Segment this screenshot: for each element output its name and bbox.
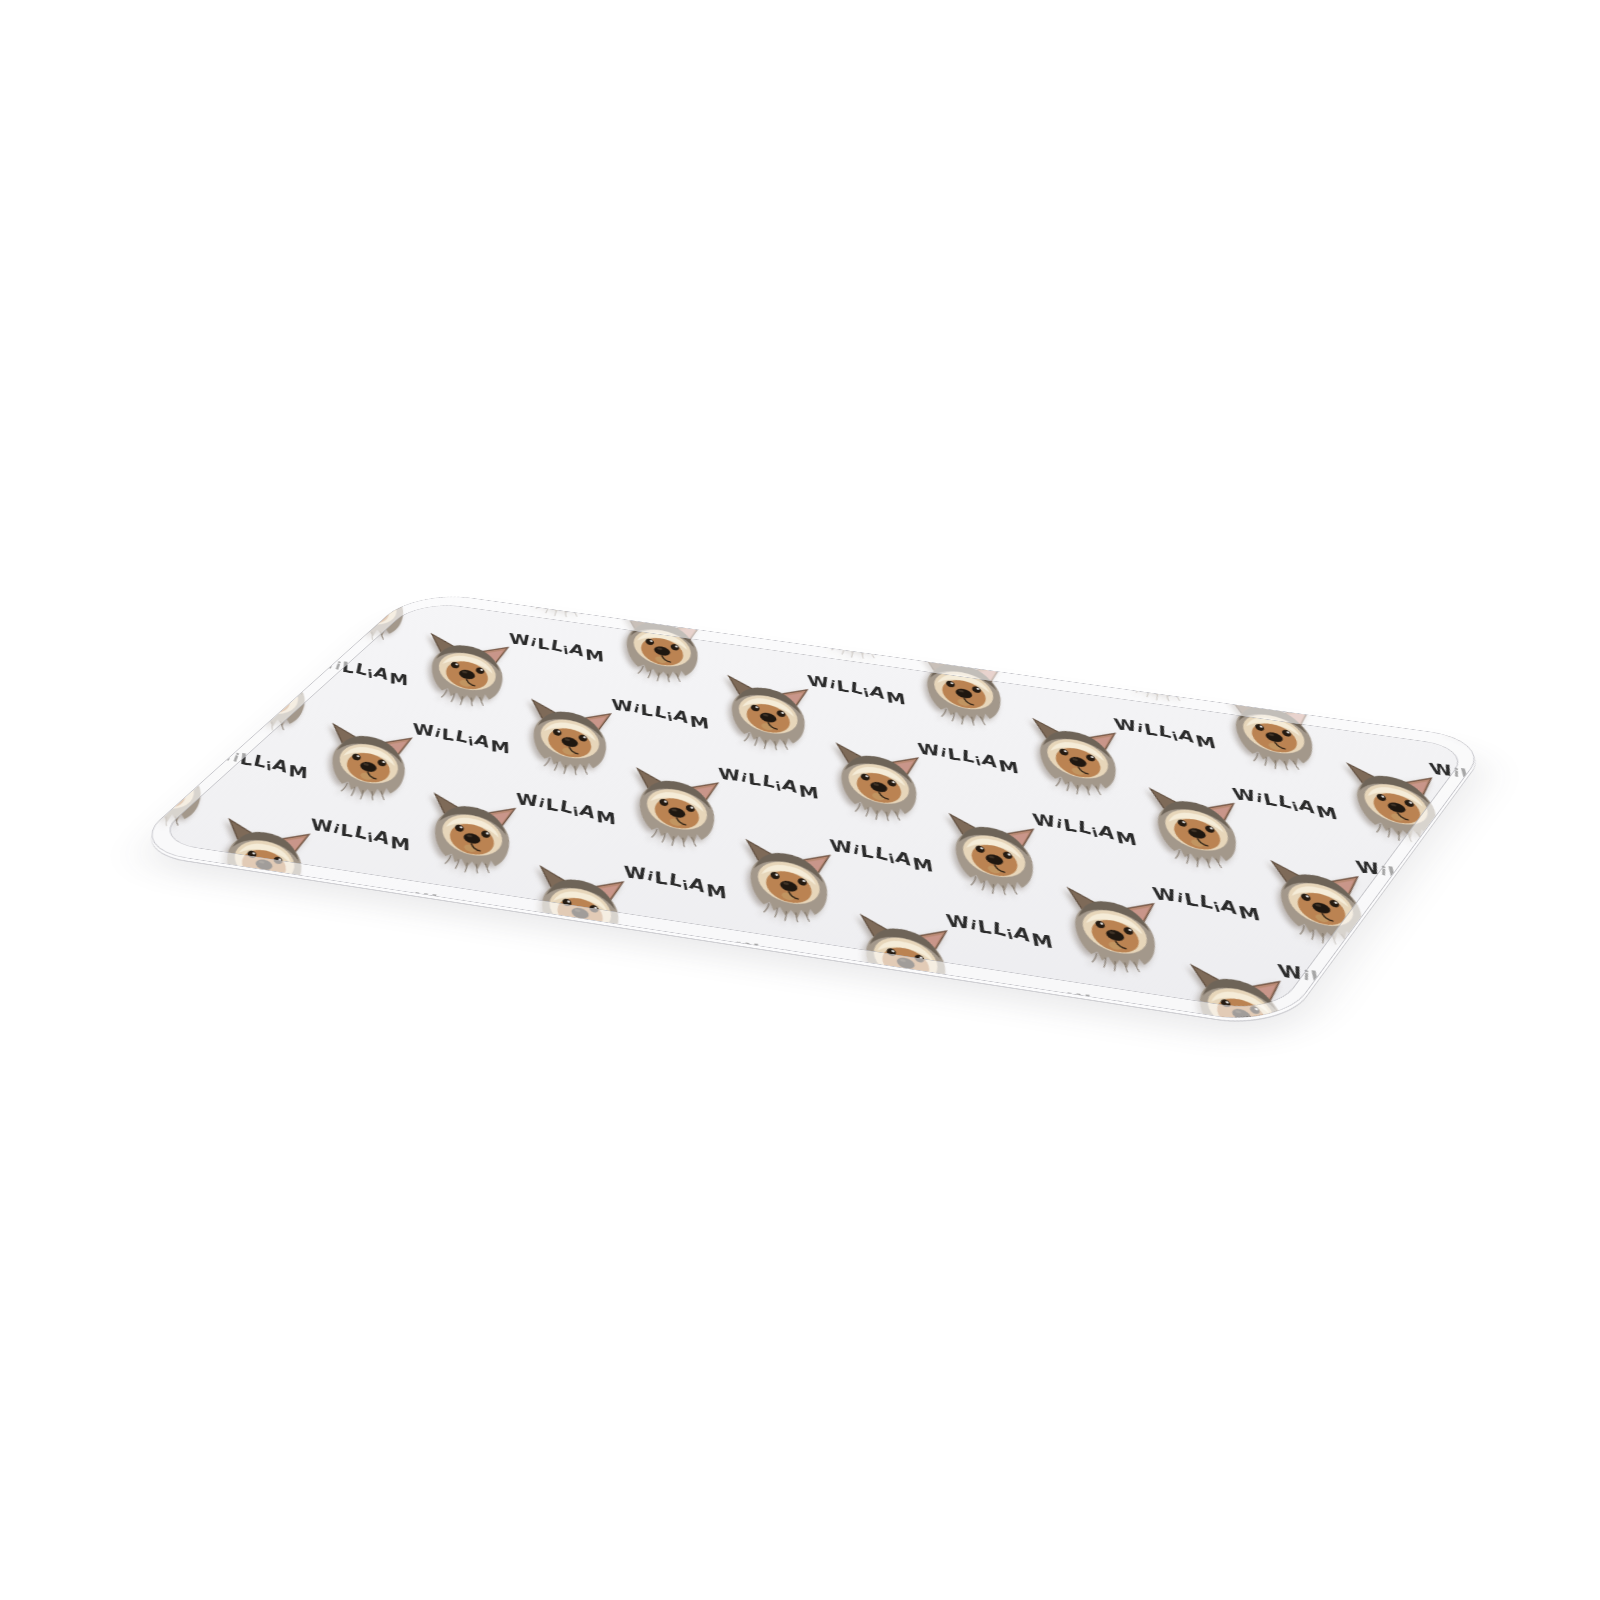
pet-name-letter: M bbox=[911, 854, 936, 876]
pet-name-letter: L bbox=[1115, 996, 1131, 1020]
nose-highlight bbox=[159, 788, 165, 792]
pet-name-letter: i bbox=[755, 621, 764, 634]
pet-name-letter: i bbox=[879, 1024, 888, 1026]
pet-name-letter: L bbox=[442, 725, 456, 745]
nose bbox=[1036, 599, 1053, 610]
pet-name-letter: L bbox=[1325, 968, 1342, 991]
right-eye-glint bbox=[283, 692, 286, 695]
pet-name-letter: L bbox=[886, 1023, 903, 1026]
pet-name-letter: L bbox=[537, 635, 550, 654]
left-eye-glint bbox=[1452, 701, 1455, 704]
left-eye-glint bbox=[357, 599, 360, 601]
fur-fringe bbox=[715, 590, 785, 596]
chin-patch bbox=[899, 968, 913, 978]
chin-patch bbox=[1038, 609, 1051, 617]
pet-name-letter: M bbox=[1364, 980, 1393, 1004]
head-top-fur bbox=[239, 663, 305, 695]
pet-name-letter: M bbox=[797, 781, 820, 802]
brow-shine bbox=[245, 675, 296, 697]
pet-name-letter: A bbox=[1137, 1000, 1156, 1025]
pet-name-letter: A bbox=[1348, 972, 1367, 997]
chin-patch bbox=[1151, 674, 1164, 683]
pet-name-letter: W bbox=[1306, 691, 1335, 711]
left-eye bbox=[253, 685, 262, 693]
beard-wisps bbox=[832, 641, 875, 662]
yorkshire-terrier-face-icon bbox=[610, 604, 712, 698]
left-eye bbox=[1138, 656, 1148, 664]
mouth bbox=[560, 592, 568, 598]
nose bbox=[360, 604, 376, 616]
pet-name-letter: i bbox=[463, 590, 470, 593]
pet-name-letter: M bbox=[496, 907, 518, 930]
left-ear bbox=[333, 590, 363, 595]
yorkshire-terrier-face-icon bbox=[127, 741, 222, 844]
chin-patch bbox=[155, 797, 168, 806]
right-ear-inner bbox=[288, 670, 307, 686]
nose bbox=[1148, 664, 1166, 676]
fur-fringe bbox=[524, 590, 596, 619]
right-eye bbox=[377, 602, 386, 610]
left-ear bbox=[233, 657, 264, 683]
chin-patch bbox=[261, 703, 274, 712]
pet-name-letter: L bbox=[742, 613, 756, 632]
pet-name-letter: W bbox=[1066, 989, 1096, 1012]
right-ear bbox=[863, 596, 893, 622]
pet-name-letter: A bbox=[578, 800, 598, 822]
pet-name-letter: M bbox=[1314, 802, 1341, 823]
nose bbox=[846, 622, 862, 634]
pet-name-letter: L bbox=[782, 945, 798, 968]
pet-name-letter: i bbox=[1415, 873, 1427, 888]
pet-name-letter: L bbox=[445, 894, 459, 916]
chin-patch bbox=[361, 614, 373, 622]
pet-name-letter: L bbox=[1029, 653, 1045, 672]
pet-name-letter: A bbox=[1424, 868, 1443, 891]
left-eye bbox=[353, 597, 362, 605]
pet-name-letter: L bbox=[131, 846, 147, 867]
muzzle bbox=[539, 590, 581, 604]
left-ear bbox=[1113, 629, 1145, 654]
right-eye-glint bbox=[1479, 707, 1482, 710]
pet-name-letter: i bbox=[1093, 996, 1101, 1013]
mouth bbox=[263, 870, 272, 877]
yorkshire-terrier-face-icon bbox=[803, 590, 907, 675]
left-eye-glint bbox=[842, 617, 845, 619]
pet-name-letter: L bbox=[232, 921, 247, 943]
pet-name-letter: L bbox=[901, 1025, 917, 1027]
pet-name-letter: M bbox=[607, 985, 630, 1009]
left-ear bbox=[1419, 671, 1454, 697]
clear-case: WiLLiAM bbox=[127, 590, 1492, 1026]
pet-name-letter: L bbox=[1401, 864, 1418, 886]
pet-name-letter: L bbox=[1062, 815, 1079, 836]
pet-name-letter: M bbox=[389, 669, 409, 689]
beard-wisps bbox=[536, 600, 578, 620]
head-top-fur bbox=[1010, 590, 1076, 602]
right-eye bbox=[1164, 662, 1174, 670]
right-ear-inner bbox=[1170, 642, 1190, 658]
left-ear bbox=[1301, 606, 1334, 631]
nose-highlight bbox=[364, 606, 369, 609]
pet-name-letter: M bbox=[1114, 828, 1140, 850]
right-eye bbox=[1052, 597, 1061, 605]
head-top-fur bbox=[1120, 635, 1188, 666]
pet-name-letter: A bbox=[589, 977, 610, 1002]
right-ear bbox=[281, 665, 312, 692]
pet-name-letter: A bbox=[468, 590, 487, 596]
pet-name-letter: L bbox=[1099, 994, 1117, 1017]
chin-patch bbox=[1235, 1020, 1250, 1026]
pet-name-letter: M bbox=[1236, 902, 1263, 925]
pet-name-letter: L bbox=[946, 745, 962, 765]
yorkshire-terrier-face-icon bbox=[1100, 622, 1215, 718]
nose bbox=[1458, 707, 1477, 719]
left-eye bbox=[1447, 699, 1457, 707]
pet-name-letter: L bbox=[1474, 766, 1491, 787]
right-ear-inner bbox=[1359, 619, 1380, 635]
pet-name-letter: i bbox=[1487, 774, 1492, 788]
pet-name-letter: i bbox=[127, 847, 135, 863]
pet-name-text: WiLLiAM bbox=[170, 908, 340, 963]
yorkshire-terrier-face-icon bbox=[315, 590, 421, 656]
mouth bbox=[1045, 610, 1054, 616]
head-top-fur bbox=[339, 590, 403, 607]
pet-name-letter: M bbox=[885, 688, 908, 708]
right-eye-glint bbox=[1056, 599, 1059, 601]
muzzle bbox=[1442, 696, 1492, 732]
right-ear-inner bbox=[1058, 590, 1077, 594]
pet-name-letter: M bbox=[288, 761, 309, 782]
pet-name-letter: i bbox=[1023, 654, 1031, 668]
yorkshire-terrier-face-icon bbox=[700, 590, 800, 610]
pet-name-letter: M bbox=[484, 590, 504, 601]
yorkshire-terrier-face-icon bbox=[509, 590, 611, 633]
right-eye bbox=[1475, 705, 1486, 713]
nose bbox=[261, 692, 278, 704]
mouth bbox=[1158, 675, 1167, 681]
nose bbox=[155, 786, 173, 799]
pet-name-letter: M bbox=[584, 646, 605, 665]
brow-shine bbox=[140, 768, 193, 791]
pet-name-letter: i bbox=[260, 932, 267, 948]
pet-name-letter: M bbox=[1387, 707, 1413, 727]
brow-shine bbox=[1437, 690, 1492, 712]
yorkshire-terrier-face-icon bbox=[1288, 599, 1408, 693]
pet-name-letter: A bbox=[1372, 701, 1389, 722]
nose-highlight bbox=[1462, 709, 1468, 712]
face-ring bbox=[1125, 643, 1189, 690]
right-ear bbox=[1351, 614, 1385, 640]
right-ear bbox=[1470, 679, 1492, 707]
head-top-fur bbox=[134, 755, 202, 788]
face-ring bbox=[1314, 620, 1380, 666]
pet-name-letter: L bbox=[1386, 862, 1406, 883]
pet-name-letter: W bbox=[524, 966, 550, 989]
pet-name-letter: A bbox=[163, 852, 185, 875]
pet-name-letter: A bbox=[478, 900, 499, 924]
pet-name-letter: M bbox=[1439, 875, 1467, 897]
right-ear-inner bbox=[870, 601, 888, 616]
pet-name-letter: L bbox=[1143, 720, 1160, 740]
yorkshire-terrier-face-icon bbox=[910, 645, 1020, 742]
left-eye-glint bbox=[1031, 594, 1034, 596]
head-top-fur bbox=[822, 594, 887, 624]
face-ring bbox=[1014, 590, 1075, 624]
right-eye bbox=[1354, 639, 1364, 647]
pet-name-letter: L bbox=[1336, 696, 1354, 715]
brow-shine bbox=[1318, 624, 1373, 645]
pet-name-letter: L bbox=[1351, 697, 1367, 717]
pet-name-letter: W bbox=[736, 938, 763, 961]
pet-name-letter: L bbox=[747, 769, 762, 789]
right-eye-glint bbox=[867, 622, 870, 624]
pet-name-letter: M bbox=[705, 880, 728, 902]
pet-name-letter: L bbox=[450, 590, 465, 591]
pet-name-letter: M bbox=[1154, 1008, 1181, 1026]
left-eye bbox=[148, 778, 158, 787]
pet-name-letter: W bbox=[415, 889, 439, 911]
brow-shine bbox=[345, 590, 395, 609]
pet-name-letter: M bbox=[490, 737, 511, 757]
pet-name-letter: A bbox=[761, 617, 779, 637]
chin-patch bbox=[848, 632, 860, 640]
beard-wisps bbox=[1326, 660, 1373, 681]
pet-name-letter: L bbox=[836, 677, 851, 696]
right-ear bbox=[1163, 637, 1196, 664]
nose-highlight bbox=[1039, 601, 1044, 604]
nose bbox=[1338, 640, 1356, 652]
muzzle bbox=[1022, 590, 1067, 622]
beard-wisps bbox=[727, 590, 769, 598]
pet-name-letter: W bbox=[999, 648, 1025, 667]
pet-name-letter: i bbox=[583, 982, 592, 998]
pet-name-text: WiLLiAM bbox=[820, 1009, 1001, 1027]
pet-name-letter: A bbox=[802, 949, 822, 973]
chin-patch bbox=[1462, 717, 1476, 726]
beard-wisps bbox=[1022, 618, 1066, 638]
left-ear bbox=[128, 748, 160, 775]
chin-patch bbox=[255, 870, 268, 880]
pet-name-letter: L bbox=[859, 841, 875, 862]
pet-name-letter: L bbox=[976, 916, 993, 938]
pet-name-letter: i bbox=[1331, 697, 1338, 711]
nose-highlight bbox=[1151, 666, 1157, 669]
pet-name-letter: L bbox=[767, 944, 783, 966]
left-eye-glint bbox=[1333, 635, 1336, 637]
pet-name-letter: M bbox=[181, 859, 203, 881]
pet-name-letter: M bbox=[997, 756, 1021, 777]
pet-name-letter: M bbox=[1030, 929, 1056, 952]
pet-name-letter: M bbox=[284, 934, 306, 957]
brow-shine bbox=[829, 606, 880, 627]
beard-wisps bbox=[881, 980, 929, 1005]
right-ear bbox=[177, 757, 209, 786]
pet-name-letter: A bbox=[568, 640, 587, 660]
face-ring bbox=[532, 590, 589, 606]
pet-name-letter: L bbox=[992, 918, 1007, 941]
beard-wisps bbox=[235, 880, 281, 904]
pet-name-letter: M bbox=[777, 623, 799, 642]
pet-name-letter: L bbox=[654, 867, 669, 888]
fur-fringe bbox=[1006, 590, 1083, 638]
pet-name-letter: L bbox=[458, 896, 475, 918]
pet-name-letter: W bbox=[204, 916, 227, 938]
right-ear-inner bbox=[1478, 685, 1492, 701]
muzzle bbox=[833, 612, 876, 646]
right-eye bbox=[278, 690, 287, 698]
pet-name-letter: L bbox=[546, 795, 560, 815]
mouth bbox=[906, 969, 916, 976]
pet-name-letter: M bbox=[595, 807, 617, 828]
muzzle bbox=[1134, 653, 1181, 688]
beard-wisps bbox=[1447, 727, 1492, 749]
chin-patch bbox=[1341, 651, 1355, 660]
pet-name-letter: i bbox=[1055, 662, 1065, 675]
muzzle bbox=[1323, 630, 1372, 664]
right-eye-glint bbox=[1359, 640, 1362, 643]
right-ear-inner bbox=[387, 590, 405, 599]
fur-fringe bbox=[818, 596, 891, 661]
nose bbox=[552, 590, 568, 593]
mouth bbox=[1469, 718, 1479, 724]
pet-name-letter: W bbox=[701, 607, 725, 626]
pet-name-letter: i bbox=[159, 856, 166, 871]
mouth bbox=[580, 919, 589, 926]
left-eye-glint bbox=[1143, 658, 1146, 661]
chin-patch bbox=[572, 918, 585, 928]
pet-name-letter: W bbox=[853, 1017, 881, 1026]
product-photo: WiLLiAM bbox=[0, 0, 1600, 1600]
mouth bbox=[162, 798, 171, 805]
mouth bbox=[1348, 651, 1358, 657]
left-eye bbox=[1026, 592, 1035, 600]
brow-shine bbox=[1017, 590, 1069, 604]
pet-name-letter: i bbox=[760, 945, 769, 961]
pet-name-letter: L bbox=[144, 848, 162, 870]
right-eye-glint bbox=[1169, 664, 1172, 667]
right-eye-glint bbox=[178, 786, 181, 789]
pet-name-letter: M bbox=[390, 833, 411, 855]
nose-highlight bbox=[849, 624, 854, 627]
brow-shine bbox=[1129, 647, 1183, 669]
pet-name-letter: M bbox=[689, 712, 711, 732]
pet-name-letter: L bbox=[245, 923, 263, 946]
mouth bbox=[855, 633, 864, 639]
nose-highlight bbox=[264, 694, 269, 697]
left-ear bbox=[815, 590, 844, 613]
pet-name-letter: M bbox=[1078, 664, 1102, 684]
pet-name-letter: L bbox=[1458, 764, 1477, 784]
left-eye bbox=[837, 615, 846, 623]
left-eye bbox=[1328, 633, 1338, 641]
pet-name-letter: L bbox=[568, 973, 585, 997]
right-eye bbox=[173, 784, 183, 793]
pet-name-letter: A bbox=[265, 927, 287, 951]
pet-name-letter: i bbox=[1128, 1005, 1140, 1022]
left-eye-glint bbox=[153, 780, 156, 783]
pet-name-letter: i bbox=[1364, 705, 1376, 719]
yorkshire-terrier-face-icon bbox=[213, 650, 324, 747]
pet-name-letter: M bbox=[1193, 732, 1218, 752]
pet-name-letter: i bbox=[1339, 977, 1351, 993]
mouth bbox=[367, 615, 376, 621]
pet-name-letter: A bbox=[1063, 658, 1080, 678]
mouth bbox=[268, 704, 277, 710]
yorkshire-terrier-face-icon bbox=[991, 590, 1100, 651]
right-ear-inner bbox=[184, 763, 204, 780]
pet-name-letter: i bbox=[795, 954, 805, 970]
pattern-layer: WiLLiAM bbox=[128, 591, 1490, 1026]
pet-name-letter: M bbox=[820, 957, 845, 980]
yorkshire-terrier-face-icon bbox=[1406, 664, 1492, 762]
pet-name-letter: i bbox=[472, 905, 480, 921]
pet-name-letter: L bbox=[730, 612, 744, 630]
face-ring bbox=[825, 602, 884, 647]
beard-wisps bbox=[553, 929, 599, 954]
left-eye-glint bbox=[258, 687, 261, 690]
pet-name-letter: i bbox=[437, 895, 447, 911]
right-eye-glint bbox=[382, 604, 385, 606]
chin-patch bbox=[553, 591, 565, 599]
right-eye bbox=[863, 620, 872, 628]
pet-name-letter: L bbox=[1043, 655, 1057, 674]
pet-name-letter: L bbox=[1309, 966, 1329, 989]
pet-name-letter: L bbox=[640, 701, 654, 720]
head-top-fur bbox=[1427, 677, 1492, 709]
fur-fringe bbox=[1424, 679, 1492, 747]
pet-name-letter: A bbox=[672, 706, 691, 727]
right-ear bbox=[1051, 590, 1082, 599]
yorkshire-terrier-face-icon bbox=[1215, 687, 1336, 787]
pet-name-letter: A bbox=[688, 873, 708, 896]
pet-name-letter: i bbox=[723, 613, 732, 626]
mouth bbox=[1242, 1021, 1253, 1026]
fur-fringe bbox=[1306, 614, 1390, 679]
nose-highlight bbox=[1341, 642, 1347, 645]
head-top-fur bbox=[1309, 612, 1379, 643]
pet-name-letter: i bbox=[224, 922, 235, 938]
pet-name-letter: L bbox=[555, 971, 570, 994]
beard-wisps bbox=[1135, 684, 1181, 705]
pet-name-text: WiLLiAM bbox=[490, 958, 664, 1015]
pet-name-letter: i bbox=[547, 973, 557, 990]
right-ear bbox=[380, 590, 410, 604]
face-ring bbox=[1433, 686, 1493, 734]
